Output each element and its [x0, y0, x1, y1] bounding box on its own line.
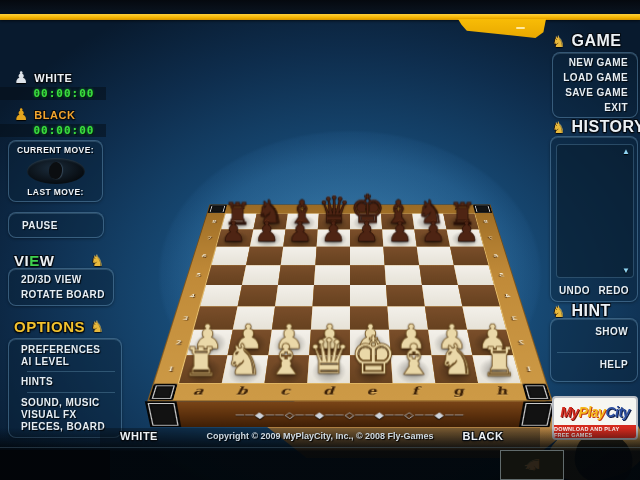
view-panel: 2D/3D VIEW ROTATE BOARD	[8, 268, 114, 306]
help-button[interactable]: HELP	[600, 359, 628, 370]
square-a3[interactable]	[194, 306, 238, 329]
knight-icon: ♞	[91, 319, 104, 334]
piece-white-pawn-b2[interactable]: ♟	[228, 330, 272, 355]
square-f8[interactable]	[381, 214, 414, 230]
options-panel: PREFERENCES AI LEVEL HINTS SOUND, MUSIC …	[8, 338, 122, 438]
square-f2[interactable]	[389, 330, 432, 355]
app-window: ──◆──◇──◆──◇──◆──◇──◆── 8877665544332211…	[0, 0, 640, 480]
square-c4[interactable]	[275, 285, 314, 306]
piece-white-bishop-f1[interactable]: ♝	[391, 355, 436, 383]
menu-item-new-game[interactable]: NEW GAME	[553, 57, 637, 68]
square-h5[interactable]	[454, 265, 494, 285]
black-player-row: ♟ BLACK	[14, 106, 110, 124]
menu-item-visual-fx[interactable]: VISUAL FX	[21, 409, 121, 420]
piece-black-bishop-c8[interactable]: ♝	[286, 214, 319, 230]
white-pawn-glyph: ♟	[472, 320, 513, 354]
square-a7[interactable]	[216, 230, 253, 247]
white-king-glyph: ♚	[350, 329, 393, 381]
knight-icon: ♞	[91, 253, 104, 268]
white-rook-glyph: ♜	[478, 341, 521, 381]
menu-item-save-game[interactable]: SAVE GAME	[553, 87, 637, 98]
square-a2[interactable]	[187, 330, 233, 355]
square-g6[interactable]	[417, 247, 454, 265]
piece-white-knight-g1[interactable]: ♞	[432, 355, 479, 383]
knight-icon: ♞	[552, 304, 565, 319]
piece-black-pawn-c7[interactable]: ♟	[283, 230, 318, 247]
file-label-e: e	[350, 205, 381, 213]
file-label-a: a	[226, 205, 259, 213]
piece-white-king-e1[interactable]: ♚	[350, 355, 393, 383]
piece-white-rook-h1[interactable]: ♜	[472, 355, 520, 383]
piece-white-rook-a1[interactable]: ♜	[179, 355, 227, 383]
square-b2[interactable]	[228, 330, 272, 355]
redo-button[interactable]: REDO	[599, 285, 630, 296]
square-d1[interactable]	[307, 355, 350, 383]
black-bishop-glyph: ♝	[382, 197, 414, 229]
menu-item-preferences[interactable]: PREFERENCES	[21, 344, 121, 355]
footer-divider	[0, 447, 640, 448]
square-a1[interactable]	[179, 355, 227, 383]
piece-white-pawn-f2[interactable]: ♟	[389, 330, 432, 355]
knight-icon: ♞	[552, 34, 565, 49]
piece-black-pawn-h7[interactable]: ♟	[447, 230, 484, 247]
options-section-header: OPTIONS ♞	[14, 318, 104, 335]
logo-wordmark: MyPlayCity	[554, 398, 636, 425]
white-pawn-glyph: ♟	[309, 320, 350, 354]
piece-black-king-e8[interactable]: ♚	[350, 214, 382, 230]
history-title: HISTORY	[571, 118, 640, 136]
piece-white-pawn-c2[interactable]: ♟	[268, 330, 311, 355]
square-e2[interactable]	[350, 330, 391, 355]
square-f6[interactable]	[383, 247, 419, 265]
black-pawn-glyph: ♟	[417, 218, 450, 246]
hint-panel: SHOW HELP	[550, 318, 638, 382]
menu-item-load-game[interactable]: LOAD GAME	[553, 72, 637, 83]
board-corner-cap	[473, 205, 493, 213]
square-g8[interactable]	[412, 214, 446, 230]
square-e7[interactable]	[350, 230, 383, 247]
square-d4[interactable]	[313, 285, 350, 306]
lying-knight-icon: ♞	[520, 456, 544, 474]
square-d8[interactable]	[318, 214, 350, 230]
square-h6[interactable]	[450, 247, 488, 265]
square-d5[interactable]	[314, 265, 350, 285]
piece-white-pawn-g2[interactable]: ♟	[428, 330, 472, 355]
white-pawn-glyph: ♟	[391, 320, 432, 354]
black-queen-glyph: ♛	[318, 192, 350, 229]
pause-button[interactable]: PAUSE	[8, 212, 104, 238]
file-label-g: g	[411, 205, 443, 213]
black-rook-glyph: ♜	[446, 198, 478, 228]
square-b6[interactable]	[246, 247, 283, 265]
game-title: GAME	[571, 32, 621, 50]
menu-item-rotate-board[interactable]: ROTATE BOARD	[21, 289, 113, 300]
black-king-glyph: ♚	[350, 189, 382, 228]
square-h1[interactable]	[472, 355, 520, 383]
scroll-up-icon[interactable]: ▲	[622, 147, 630, 156]
current-move-label: CURRENT MOVE:	[17, 145, 94, 155]
piece-white-queen-d1[interactable]: ♛	[307, 355, 350, 383]
view-title: VIEW	[14, 252, 54, 269]
chess-board[interactable]: ──◆──◇──◆──◇──◆──◇──◆── 8877665544332211…	[147, 204, 553, 401]
square-b5[interactable]	[242, 265, 281, 285]
copyright-text: Copyright © 2009 MyPlayCity, Inc., © 200…	[170, 431, 470, 441]
square-h2[interactable]	[467, 330, 513, 355]
piece-white-knight-b1[interactable]: ♞	[222, 355, 269, 383]
menu-item-2d3d-view[interactable]: 2D/3D VIEW	[21, 274, 113, 285]
black-rook-glyph: ♜	[221, 198, 253, 228]
piece-black-knight-g8[interactable]: ♞	[412, 214, 446, 230]
file-label-b: b	[257, 205, 289, 213]
menu-item-exit[interactable]: EXIT	[553, 102, 637, 113]
square-e3[interactable]	[350, 306, 389, 329]
board-inner-border	[178, 213, 523, 384]
top-yellow-tab	[458, 19, 546, 38]
framed-picture: ♞	[500, 450, 564, 480]
white-pawn-glyph: ♟	[187, 320, 228, 354]
board-corner-cap	[208, 205, 228, 213]
rank-label-6: 6	[485, 247, 506, 265]
view-section-header: VIEW ♞	[14, 252, 104, 269]
black-player-label: BLACK	[34, 109, 75, 121]
game-menu-panel: NEW GAME LOAD GAME SAVE GAME EXIT	[552, 52, 638, 118]
piece-black-pawn-e7[interactable]: ♟	[350, 230, 383, 247]
square-b8[interactable]	[253, 214, 287, 230]
square-h7[interactable]	[447, 230, 484, 247]
piece-black-pawn-d7[interactable]: ♟	[317, 230, 350, 247]
white-pawn-icon: ♟	[14, 70, 28, 86]
square-f7[interactable]	[382, 230, 417, 247]
knight-icon: ♞	[552, 120, 565, 135]
square-d6[interactable]	[315, 247, 350, 265]
square-c1[interactable]	[265, 355, 310, 383]
square-c8[interactable]	[286, 214, 319, 230]
piece-black-queen-d8[interactable]: ♛	[318, 214, 350, 230]
piece-white-pawn-d2[interactable]: ♟	[309, 330, 350, 355]
piece-black-pawn-g7[interactable]: ♟	[414, 230, 450, 247]
square-f4[interactable]	[386, 285, 425, 306]
black-pawn-glyph: ♟	[350, 218, 383, 246]
game-section-header: ♞ GAME	[552, 32, 638, 50]
file-label-a: a	[174, 381, 222, 401]
white-queen-glyph: ♛	[307, 333, 350, 382]
rank-label-4: 4	[496, 285, 520, 306]
square-d7[interactable]	[317, 230, 350, 247]
divider	[557, 352, 631, 353]
board-corner-cap	[149, 384, 178, 401]
menu-item-sound-music[interactable]: SOUND, MUSIC	[21, 397, 121, 408]
black-pawn-glyph: ♟	[450, 218, 483, 246]
menu-item-ai-level[interactable]: AI LEVEL	[21, 356, 121, 367]
piece-black-pawn-a7[interactable]: ♟	[216, 230, 253, 247]
square-g3[interactable]	[425, 306, 467, 329]
rank-label-3: 3	[502, 306, 527, 329]
board-corner-cap	[145, 401, 181, 427]
white-pawn-glyph: ♟	[431, 320, 472, 354]
square-a6[interactable]	[211, 247, 249, 265]
piece-black-pawn-b7[interactable]: ♟	[250, 230, 286, 247]
white-pawn-glyph: ♟	[269, 320, 310, 354]
options-title: OPTIONS	[14, 318, 85, 335]
black-knight-glyph: ♞	[254, 197, 286, 229]
divider	[27, 371, 115, 372]
piece-white-pawn-h2[interactable]: ♟	[467, 330, 513, 355]
board-glare	[179, 214, 521, 383]
bottom-left-shade	[0, 450, 110, 480]
menu-item-hints[interactable]: HINTS	[21, 376, 121, 387]
piece-black-pawn-f7[interactable]: ♟	[382, 230, 417, 247]
black-knight-glyph: ♞	[414, 197, 446, 229]
scroll-down-icon[interactable]: ▼	[622, 266, 630, 275]
history-section-header: ♞ HISTORY	[552, 118, 638, 136]
rank-label-7: 7	[199, 230, 220, 247]
move-indicator-panel: CURRENT MOVE: LAST MOVE:	[8, 140, 103, 202]
square-e4[interactable]	[350, 285, 387, 306]
square-g7[interactable]	[414, 230, 450, 247]
rank-label-7: 7	[481, 230, 502, 247]
undo-button[interactable]: UNDO	[559, 285, 590, 296]
file-label-d: d	[319, 205, 350, 213]
piece-black-knight-b8[interactable]: ♞	[253, 214, 287, 230]
square-d2[interactable]	[309, 330, 350, 355]
square-e5[interactable]	[350, 265, 386, 285]
square-g2[interactable]	[428, 330, 472, 355]
square-g4[interactable]	[422, 285, 462, 306]
piece-white-pawn-a2[interactable]: ♟	[187, 330, 233, 355]
black-clock: 00:00:00	[22, 124, 106, 137]
white-captures-label: WHITE	[112, 430, 166, 442]
white-bishop-glyph: ♝	[265, 339, 308, 382]
piece-white-bishop-c1[interactable]: ♝	[265, 355, 310, 383]
square-b1[interactable]	[222, 355, 269, 383]
history-panel: ▲ ▼ UNDO REDO	[550, 136, 638, 302]
black-pawn-glyph: ♟	[283, 218, 316, 246]
piece-white-pawn-e2[interactable]: ♟	[350, 330, 391, 355]
square-c7[interactable]	[283, 230, 318, 247]
piece-black-rook-a8[interactable]: ♜	[221, 214, 256, 230]
rank-label-1: 1	[157, 355, 185, 383]
piece-black-rook-h8[interactable]: ♜	[443, 214, 478, 230]
rank-label-4: 4	[180, 285, 204, 306]
divider	[27, 392, 115, 393]
move-history-list[interactable]: ▲ ▼	[556, 144, 634, 278]
white-knight-glyph: ♞	[222, 339, 265, 382]
square-h4[interactable]	[458, 285, 500, 306]
pause-button-label: PAUSE	[22, 220, 58, 231]
square-b3[interactable]	[233, 306, 275, 329]
square-b7[interactable]	[250, 230, 286, 247]
white-bishop-glyph: ♝	[393, 339, 436, 382]
white-player-label: WHITE	[34, 72, 72, 84]
black-pawn-icon: ♟	[14, 107, 28, 123]
file-label-c: c	[288, 205, 320, 213]
square-c6[interactable]	[281, 247, 317, 265]
black-pawn-glyph: ♟	[217, 218, 250, 246]
rank-label-5: 5	[187, 265, 210, 285]
file-label-b: b	[218, 381, 265, 401]
rank-label-1: 1	[516, 355, 544, 383]
rank-label-5: 5	[490, 265, 513, 285]
show-hint-button[interactable]: SHOW	[595, 326, 628, 337]
rank-label-8: 8	[476, 214, 496, 230]
square-c5[interactable]	[278, 265, 315, 285]
piece-black-bishop-f8[interactable]: ♝	[381, 214, 414, 230]
black-pawn-glyph: ♟	[250, 218, 283, 246]
square-a4[interactable]	[200, 285, 242, 306]
white-clock: 00:00:00	[22, 87, 106, 100]
black-pawn-glyph: ♟	[317, 218, 350, 246]
file-label-f: f	[381, 205, 413, 213]
square-f1[interactable]	[391, 355, 436, 383]
square-a8[interactable]	[221, 214, 256, 230]
square-a5[interactable]	[206, 265, 246, 285]
rank-label-8: 8	[204, 214, 224, 230]
square-e8[interactable]	[350, 214, 382, 230]
last-move-label: LAST MOVE:	[27, 187, 83, 197]
black-pawn-glyph: ♟	[383, 218, 416, 246]
square-e6[interactable]	[350, 247, 385, 265]
square-f3[interactable]	[387, 306, 428, 329]
square-d3[interactable]	[311, 306, 350, 329]
square-e1[interactable]	[350, 355, 393, 383]
white-rook-glyph: ♜	[180, 341, 223, 381]
square-g5[interactable]	[419, 265, 458, 285]
rank-label-2: 2	[508, 330, 534, 355]
white-player-row: ♟ WHITE	[14, 69, 110, 87]
white-pawn-glyph: ♟	[350, 320, 391, 354]
square-f5[interactable]	[385, 265, 422, 285]
white-knight-glyph: ♞	[435, 339, 478, 382]
rank-label-2: 2	[165, 330, 191, 355]
rank-label-3: 3	[173, 306, 198, 329]
player-avatar	[27, 158, 85, 184]
white-pawn-glyph: ♟	[228, 320, 269, 354]
square-b4[interactable]	[238, 285, 278, 306]
black-bishop-glyph: ♝	[286, 197, 318, 229]
file-label-h: h	[442, 205, 475, 213]
tab-dash	[516, 27, 525, 29]
top-banner	[0, 0, 640, 15]
square-h3[interactable]	[462, 306, 506, 329]
square-g1[interactable]	[432, 355, 479, 383]
rank-label-6: 6	[193, 247, 214, 265]
square-c3[interactable]	[272, 306, 313, 329]
square-h8[interactable]	[443, 214, 478, 230]
avatar-head-silhouette	[47, 161, 62, 180]
square-c2[interactable]	[268, 330, 311, 355]
